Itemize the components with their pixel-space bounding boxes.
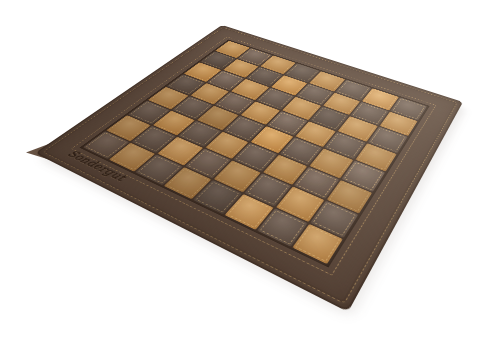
chessboard: Sondergut (35, 25, 463, 312)
product-photo: Sondergut (0, 0, 500, 343)
board-squares (80, 40, 430, 268)
